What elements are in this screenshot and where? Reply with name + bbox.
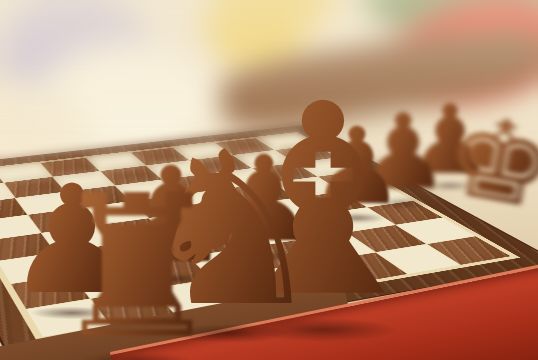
piece-rook-c2[interactable]: ♜ — [49, 169, 225, 360]
chess-photo-scene: ♟ ♟ ♜ ♞ ♟ ♝ ♟ ♟ ♟ ♚ — [0, 0, 538, 360]
piece-fallen-king-h5[interactable]: ♚ — [436, 97, 538, 227]
king-glyph: ♚ — [436, 97, 538, 227]
rook-glyph: ♜ — [49, 169, 225, 360]
